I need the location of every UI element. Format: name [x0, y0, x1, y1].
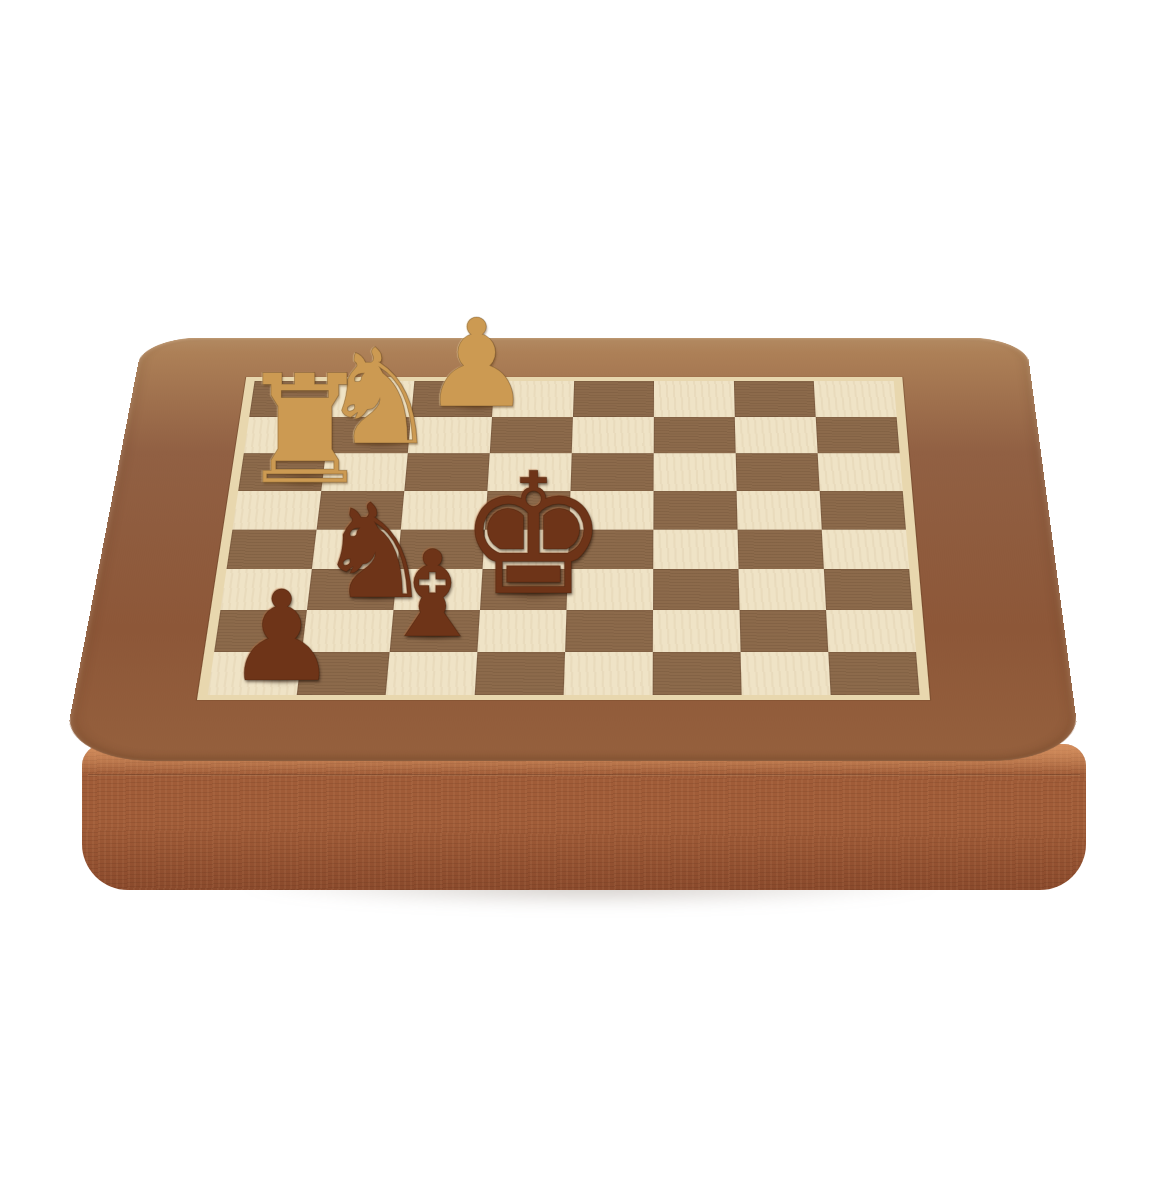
square-r8c6 [653, 652, 742, 695]
square-r8c5 [564, 652, 653, 695]
square-r2c7 [735, 417, 818, 454]
square-r7c7 [740, 610, 829, 652]
square-r2c6 [654, 417, 736, 454]
square-r4c7 [737, 491, 822, 530]
square-r3c8 [818, 453, 903, 491]
square-r2c8 [816, 417, 900, 454]
square-r3c6 [654, 453, 737, 491]
square-r1c8 [814, 381, 897, 417]
square-r1c5 [573, 381, 654, 417]
square-r5c6 [653, 530, 738, 570]
square-r8c8 [828, 652, 919, 695]
piece-black-pawn: ♟ [225, 574, 337, 699]
square-r5c8 [822, 530, 909, 570]
square-r5c7 [738, 530, 824, 570]
square-r8c4 [475, 652, 565, 695]
square-r6c7 [739, 569, 827, 610]
square-r7c6 [653, 610, 741, 652]
piece-black-bishop: ♝ [379, 535, 487, 655]
square-r6c6 [653, 569, 740, 610]
square-r6c8 [824, 569, 913, 610]
square-r1c7 [734, 381, 816, 417]
square-r3c7 [736, 453, 820, 491]
square-r8c7 [741, 652, 831, 695]
square-r7c8 [826, 610, 916, 652]
square-r4c6 [653, 491, 737, 530]
square-r4c8 [820, 491, 906, 530]
photo-canvas: ♟♞♜♞♚♝♟ [0, 0, 1174, 1200]
square-r1c6 [654, 381, 735, 417]
chess-box-front-face [82, 744, 1086, 890]
